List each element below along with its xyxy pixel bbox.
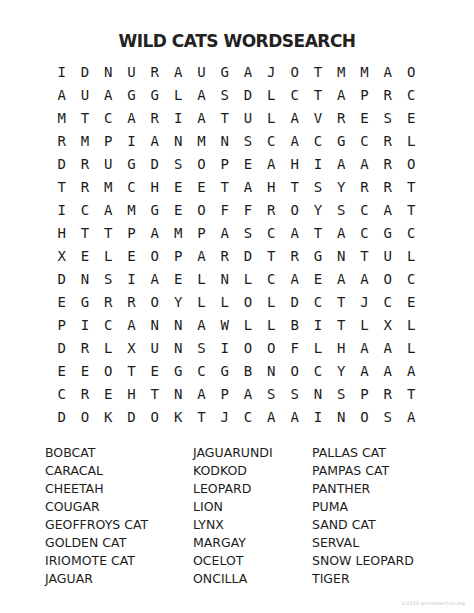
grid-cell[interactable]: K: [166, 405, 189, 428]
grid-cell[interactable]: I: [306, 313, 329, 336]
grid-cell[interactable]: O: [399, 60, 422, 83]
grid-cell[interactable]: L: [236, 267, 259, 290]
grid-cell[interactable]: R: [376, 152, 399, 175]
grid-cell[interactable]: R: [143, 106, 166, 129]
grid-cell[interactable]: O: [143, 405, 166, 428]
grid-cell[interactable]: E: [353, 106, 376, 129]
grid-cell[interactable]: A: [143, 221, 166, 244]
grid-cell[interactable]: S: [166, 152, 189, 175]
grid-cell[interactable]: I: [306, 405, 329, 428]
word-item: SERVAL: [312, 534, 414, 552]
grid-cell[interactable]: J: [213, 405, 236, 428]
grid-cell[interactable]: G: [376, 221, 399, 244]
grid-cell[interactable]: D: [236, 83, 259, 106]
word-item: LEOPARD: [193, 480, 273, 498]
grid-cell[interactable]: H: [120, 382, 143, 405]
grid-cell[interactable]: E: [399, 290, 422, 313]
grid-cell[interactable]: C: [353, 129, 376, 152]
grid-cell[interactable]: G: [330, 129, 353, 152]
grid-cell[interactable]: S: [236, 129, 259, 152]
grid-cell[interactable]: G: [143, 83, 166, 106]
grid-cell[interactable]: L: [260, 106, 283, 129]
grid-cell[interactable]: C: [306, 129, 329, 152]
grid-cell[interactable]: A: [213, 221, 236, 244]
word-item: SNOW LEOPARD: [312, 552, 414, 570]
word-item: JAGUAR: [45, 570, 148, 588]
grid-cell[interactable]: C: [73, 198, 96, 221]
grid-cell[interactable]: S: [97, 267, 120, 290]
grid-cell[interactable]: R: [73, 336, 96, 359]
grid-cell[interactable]: A: [353, 152, 376, 175]
grid-cell[interactable]: A: [50, 83, 73, 106]
grid-cell[interactable]: O: [190, 152, 213, 175]
grid-cell[interactable]: S: [236, 221, 259, 244]
grid-cell[interactable]: R: [376, 175, 399, 198]
word-item: PALLAS CAT: [312, 444, 414, 462]
grid-cell[interactable]: J: [353, 290, 376, 313]
grid-cell[interactable]: T: [73, 221, 96, 244]
grid-cell[interactable]: G: [143, 198, 166, 221]
grid-cell[interactable]: C: [97, 106, 120, 129]
grid-cell[interactable]: B: [236, 359, 259, 382]
grid-cell[interactable]: A: [166, 60, 189, 83]
grid-cell[interactable]: I: [50, 198, 73, 221]
grid-cell[interactable]: A: [330, 152, 353, 175]
word-item: CHEETAH: [45, 480, 148, 498]
grid-cell[interactable]: L: [190, 267, 213, 290]
grid-cell[interactable]: D: [73, 60, 96, 83]
grid-cell[interactable]: R: [73, 382, 96, 405]
grid-cell[interactable]: O: [260, 336, 283, 359]
grid-cell[interactable]: N: [213, 267, 236, 290]
grid-cell[interactable]: A: [399, 359, 422, 382]
grid-cell[interactable]: X: [120, 336, 143, 359]
grid-cell[interactable]: G: [120, 83, 143, 106]
grid-cell[interactable]: E: [73, 359, 96, 382]
grid-cell[interactable]: T: [353, 244, 376, 267]
grid-cell[interactable]: L: [260, 290, 283, 313]
grid-cell[interactable]: C: [306, 359, 329, 382]
grid-cell[interactable]: L: [260, 83, 283, 106]
grid-cell[interactable]: N: [143, 313, 166, 336]
grid-cell[interactable]: R: [330, 106, 353, 129]
grid-cell[interactable]: L: [97, 244, 120, 267]
word-item: PUMA: [312, 498, 414, 516]
grid-cell[interactable]: G: [166, 359, 189, 382]
grid-cell[interactable]: O: [283, 60, 306, 83]
grid-cell[interactable]: C: [260, 267, 283, 290]
grid-cell[interactable]: J: [260, 60, 283, 83]
grid-cell[interactable]: O: [143, 290, 166, 313]
grid-cell[interactable]: M: [73, 129, 96, 152]
grid-cell[interactable]: O: [283, 198, 306, 221]
word-item: KODKOD: [193, 462, 273, 480]
grid-cell[interactable]: D: [50, 152, 73, 175]
grid-cell[interactable]: C: [376, 290, 399, 313]
grid-cell[interactable]: C: [260, 129, 283, 152]
grid-cell[interactable]: V: [306, 106, 329, 129]
grid-cell[interactable]: M: [166, 221, 189, 244]
grid-cell[interactable]: R: [376, 83, 399, 106]
grid-cell[interactable]: N: [73, 267, 96, 290]
grid-cell[interactable]: T: [306, 60, 329, 83]
grid-cell[interactable]: M: [330, 60, 353, 83]
grid-cell[interactable]: N: [260, 359, 283, 382]
word-item: LYNX: [193, 516, 273, 534]
grid-cell[interactable]: O: [399, 152, 422, 175]
grid-cell[interactable]: S: [260, 382, 283, 405]
grid-cell[interactable]: S: [376, 405, 399, 428]
grid-cell[interactable]: T: [260, 244, 283, 267]
word-item: OCELOT: [193, 552, 273, 570]
grid-cell[interactable]: A: [376, 60, 399, 83]
word-item: CARACAL: [45, 462, 148, 480]
grid-cell[interactable]: L: [399, 129, 422, 152]
word-item: IRIOMOTE CAT: [45, 552, 148, 570]
grid-cell[interactable]: A: [353, 267, 376, 290]
grid-cell[interactable]: N: [330, 405, 353, 428]
grid-cell[interactable]: T: [399, 175, 422, 198]
grid-cell[interactable]: Y: [306, 198, 329, 221]
grid-cell[interactable]: C: [353, 198, 376, 221]
grid-cell[interactable]: O: [236, 336, 259, 359]
grid-cell[interactable]: A: [376, 336, 399, 359]
grid-cell[interactable]: C: [306, 290, 329, 313]
grid-cell[interactable]: H: [330, 336, 353, 359]
grid-cell[interactable]: O: [73, 405, 96, 428]
grid-cell[interactable]: D: [120, 405, 143, 428]
word-list-column-1: BOBCATCARACALCHEETAHCOUGARGEOFFROYS CATG…: [45, 444, 148, 588]
grid-cell[interactable]: M: [50, 106, 73, 129]
grid-cell[interactable]: H: [143, 175, 166, 198]
grid-cell[interactable]: S: [213, 83, 236, 106]
grid-cell[interactable]: G: [306, 244, 329, 267]
grid-cell[interactable]: E: [50, 359, 73, 382]
grid-cell[interactable]: L: [213, 290, 236, 313]
grid-cell[interactable]: X: [376, 313, 399, 336]
grid-cell[interactable]: N: [330, 244, 353, 267]
grid-cell[interactable]: I: [73, 313, 96, 336]
grid-cell[interactable]: A: [97, 198, 120, 221]
grid-cell[interactable]: I: [120, 267, 143, 290]
grid-cell[interactable]: R: [50, 129, 73, 152]
grid-cell[interactable]: T: [330, 313, 353, 336]
grid-cell[interactable]: A: [376, 359, 399, 382]
grid-cell[interactable]: T: [213, 175, 236, 198]
grid-cell[interactable]: L: [399, 336, 422, 359]
grid-cell[interactable]: T: [50, 175, 73, 198]
grid-cell[interactable]: L: [166, 83, 189, 106]
grid-cell[interactable]: A: [143, 267, 166, 290]
grid-cell[interactable]: A: [260, 152, 283, 175]
grid-cell[interactable]: F: [236, 198, 259, 221]
grid-cell[interactable]: E: [166, 267, 189, 290]
grid-cell[interactable]: E: [73, 244, 96, 267]
grid-cell[interactable]: A: [376, 198, 399, 221]
grid-cell[interactable]: A: [283, 405, 306, 428]
grid-cell[interactable]: L: [97, 336, 120, 359]
grid-cell[interactable]: C: [260, 221, 283, 244]
grid-cell[interactable]: R: [283, 244, 306, 267]
grid-cell[interactable]: M: [353, 60, 376, 83]
grid-cell[interactable]: I: [50, 60, 73, 83]
grid-cell[interactable]: O: [376, 267, 399, 290]
word-item: MARGAY: [193, 534, 273, 552]
grid-cell[interactable]: T: [399, 198, 422, 221]
grid-cell[interactable]: C: [283, 83, 306, 106]
grid-cell[interactable]: A: [190, 382, 213, 405]
grid-cell[interactable]: G: [213, 359, 236, 382]
grid-cell[interactable]: X: [50, 244, 73, 267]
grid-cell[interactable]: T: [399, 382, 422, 405]
grid-cell[interactable]: P: [213, 382, 236, 405]
grid-cell[interactable]: Y: [330, 359, 353, 382]
grid-cell[interactable]: A: [120, 313, 143, 336]
word-list: BOBCATCARACALCHEETAHCOUGARGEOFFROYS CATG…: [0, 444, 474, 594]
grid-cell[interactable]: O: [97, 359, 120, 382]
grid-cell[interactable]: I: [120, 129, 143, 152]
grid-cell[interactable]: A: [399, 405, 422, 428]
grid-cell[interactable]: A: [260, 405, 283, 428]
grid-cell[interactable]: A: [353, 336, 376, 359]
grid-cell[interactable]: T: [306, 83, 329, 106]
grid-cell[interactable]: G: [213, 60, 236, 83]
grid-cell[interactable]: A: [190, 313, 213, 336]
grid-cell[interactable]: S: [330, 382, 353, 405]
grid-cell[interactable]: A: [120, 106, 143, 129]
grid-cell[interactable]: C: [236, 405, 259, 428]
grid-cell[interactable]: G: [73, 290, 96, 313]
grid-cell[interactable]: S: [190, 336, 213, 359]
grid-cell[interactable]: D: [143, 152, 166, 175]
grid-cell[interactable]: R: [353, 175, 376, 198]
word-item: ONCILLA: [193, 570, 273, 588]
grid-cell[interactable]: T: [190, 405, 213, 428]
grid-cell[interactable]: N: [166, 129, 189, 152]
grid-cell[interactable]: A: [236, 175, 259, 198]
grid-cell[interactable]: A: [236, 382, 259, 405]
grid-cell[interactable]: M: [190, 129, 213, 152]
grid-cell[interactable]: R: [213, 244, 236, 267]
grid-cell[interactable]: C: [50, 382, 73, 405]
grid-cell[interactable]: P: [166, 244, 189, 267]
grid-cell[interactable]: T: [283, 175, 306, 198]
grid-cell[interactable]: N: [306, 382, 329, 405]
grid-cell[interactable]: E: [306, 267, 329, 290]
grid-cell[interactable]: L: [236, 313, 259, 336]
grid-cell[interactable]: H: [260, 175, 283, 198]
grid-cell[interactable]: T: [213, 106, 236, 129]
grid-cell[interactable]: C: [399, 221, 422, 244]
grid-cell[interactable]: U: [73, 83, 96, 106]
grid-cell[interactable]: U: [236, 106, 259, 129]
grid-cell[interactable]: E: [50, 290, 73, 313]
grid-cell[interactable]: P: [353, 382, 376, 405]
grid-cell[interactable]: U: [190, 60, 213, 83]
grid-cell[interactable]: R: [97, 290, 120, 313]
grid-cell[interactable]: A: [190, 106, 213, 129]
grid-cell[interactable]: N: [166, 336, 189, 359]
grid-cell[interactable]: S: [283, 382, 306, 405]
word-item: BOBCAT: [45, 444, 148, 462]
grid-cell[interactable]: A: [143, 129, 166, 152]
grid-cell[interactable]: L: [260, 313, 283, 336]
grid-cell[interactable]: P: [97, 129, 120, 152]
page-title: WILD CATS WORDSEARCH: [0, 31, 474, 51]
grid-cell[interactable]: R: [73, 175, 96, 198]
grid-cell[interactable]: T: [143, 382, 166, 405]
grid-cell[interactable]: S: [376, 106, 399, 129]
grid-cell[interactable]: P: [190, 221, 213, 244]
grid-cell[interactable]: O: [283, 359, 306, 382]
grid-cell[interactable]: D: [236, 244, 259, 267]
grid-cell[interactable]: A: [97, 83, 120, 106]
grid-cell[interactable]: C: [97, 313, 120, 336]
grid-cell[interactable]: P: [50, 313, 73, 336]
grid-cell[interactable]: D: [50, 336, 73, 359]
word-list-column-2: JAGUARUNDIKODKODLEOPARDLIONLYNXMARGAYOCE…: [193, 444, 273, 588]
grid-cell[interactable]: L: [353, 313, 376, 336]
grid-cell[interactable]: E: [97, 382, 120, 405]
grid-cell[interactable]: I: [306, 152, 329, 175]
grid-cell[interactable]: F: [213, 198, 236, 221]
grid-cell[interactable]: F: [283, 336, 306, 359]
grid-cell[interactable]: C: [399, 83, 422, 106]
grid-cell[interactable]: E: [166, 175, 189, 198]
grid-cell[interactable]: A: [330, 83, 353, 106]
word-item: PANTHER: [312, 480, 414, 498]
grid-cell[interactable]: A: [283, 106, 306, 129]
grid-cell[interactable]: O: [143, 244, 166, 267]
grid-cell[interactable]: A: [353, 359, 376, 382]
grid-cell[interactable]: S: [306, 175, 329, 198]
grid-cell[interactable]: L: [190, 290, 213, 313]
grid-cell[interactable]: P: [213, 152, 236, 175]
grid-cell[interactable]: N: [166, 382, 189, 405]
grid-cell[interactable]: L: [399, 244, 422, 267]
watermark: ©2019 wordsearches.org: [401, 601, 465, 606]
grid-cell[interactable]: R: [73, 152, 96, 175]
grid-cell[interactable]: R: [260, 198, 283, 221]
grid-cell[interactable]: A: [190, 244, 213, 267]
grid-cell[interactable]: O: [353, 405, 376, 428]
grid-cell[interactable]: R: [376, 382, 399, 405]
grid-cell[interactable]: U: [143, 336, 166, 359]
grid-cell[interactable]: E: [120, 244, 143, 267]
grid-cell[interactable]: N: [97, 60, 120, 83]
grid-cell[interactable]: E: [236, 152, 259, 175]
grid-cell[interactable]: A: [283, 129, 306, 152]
grid-cell[interactable]: H: [283, 152, 306, 175]
word-item: LION: [193, 498, 273, 516]
grid-cell[interactable]: I: [166, 106, 189, 129]
word-item: PAMPAS CAT: [312, 462, 414, 480]
word-list-column-3: PALLAS CATPAMPAS CATPANTHERPUMASAND CATS…: [312, 444, 414, 588]
grid-cell[interactable]: U: [120, 60, 143, 83]
grid-cell[interactable]: A: [283, 221, 306, 244]
grid-cell[interactable]: N: [166, 313, 189, 336]
grid-cell[interactable]: Y: [166, 290, 189, 313]
grid-cell[interactable]: K: [97, 405, 120, 428]
grid-cell[interactable]: C: [190, 359, 213, 382]
grid-cell[interactable]: E: [166, 198, 189, 221]
grid-cell[interactable]: B: [283, 313, 306, 336]
grid-cell[interactable]: D: [50, 405, 73, 428]
grid-cell[interactable]: L: [399, 313, 422, 336]
grid-cell[interactable]: P: [353, 83, 376, 106]
grid-cell[interactable]: A: [330, 221, 353, 244]
grid-cell[interactable]: D: [283, 290, 306, 313]
grid-cell[interactable]: R: [120, 290, 143, 313]
grid-cell[interactable]: C: [353, 221, 376, 244]
grid-cell[interactable]: T: [97, 221, 120, 244]
word-item: GOLDEN CAT: [45, 534, 148, 552]
grid-cell[interactable]: E: [190, 175, 213, 198]
grid-cell[interactable]: T: [306, 221, 329, 244]
grid-cell[interactable]: S: [330, 198, 353, 221]
word-item: SAND CAT: [312, 516, 414, 534]
grid-cell[interactable]: D: [50, 267, 73, 290]
grid-cell[interactable]: M: [97, 175, 120, 198]
grid-cell[interactable]: C: [120, 175, 143, 198]
word-item: JAGUARUNDI: [193, 444, 273, 462]
grid-cell[interactable]: A: [190, 83, 213, 106]
grid-cell[interactable]: L: [306, 336, 329, 359]
grid-cell[interactable]: O: [190, 198, 213, 221]
grid-cell[interactable]: H: [50, 221, 73, 244]
grid-cell[interactable]: M: [120, 198, 143, 221]
grid-cell[interactable]: R: [376, 129, 399, 152]
grid-cell[interactable]: G: [120, 152, 143, 175]
word-item: COUGAR: [45, 498, 148, 516]
word-item: TIGER: [312, 570, 414, 588]
grid-cell[interactable]: C: [399, 267, 422, 290]
grid-cell[interactable]: Y: [330, 175, 353, 198]
grid-cell[interactable]: R: [143, 60, 166, 83]
word-item: GEOFFROYS CAT: [45, 516, 148, 534]
grid-cell[interactable]: I: [213, 336, 236, 359]
grid-cell[interactable]: P: [120, 221, 143, 244]
grid-cell[interactable]: U: [97, 152, 120, 175]
grid-cell[interactable]: A: [330, 267, 353, 290]
grid-cell[interactable]: E: [399, 106, 422, 129]
grid-cell[interactable]: A: [236, 60, 259, 83]
grid-cell[interactable]: W: [213, 313, 236, 336]
grid-cell[interactable]: A: [283, 267, 306, 290]
grid-cell[interactable]: U: [376, 244, 399, 267]
grid-cell[interactable]: O: [236, 290, 259, 313]
grid-cell[interactable]: N: [213, 129, 236, 152]
wordsearch-grid: IDNURAUGAJOTMMAOAUAGGLASDLCTAPRCMTCARIAT…: [50, 60, 423, 428]
grid-cell[interactable]: T: [120, 359, 143, 382]
grid-cell[interactable]: T: [73, 106, 96, 129]
grid-cell[interactable]: T: [330, 290, 353, 313]
grid-cell[interactable]: E: [143, 359, 166, 382]
